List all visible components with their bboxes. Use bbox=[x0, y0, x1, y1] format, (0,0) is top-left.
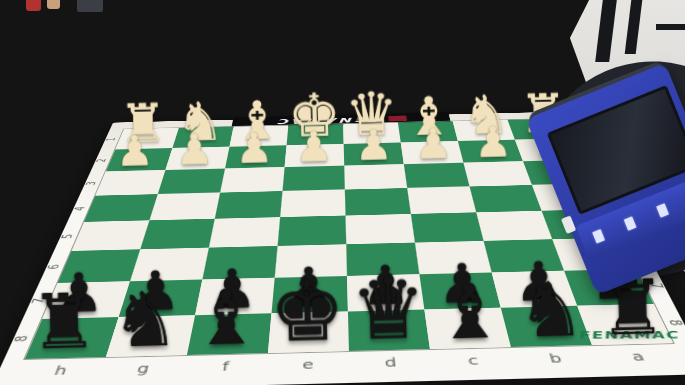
file-label-c: c bbox=[429, 347, 518, 379]
square-c8: ♝ bbox=[424, 308, 511, 349]
square-c2: ♟ bbox=[400, 141, 463, 164]
square-f8: ♝ bbox=[186, 313, 271, 355]
square-d1: ♛ bbox=[343, 123, 401, 144]
square-e3 bbox=[282, 166, 344, 191]
square-e6 bbox=[274, 244, 346, 278]
square-c6 bbox=[414, 241, 491, 274]
square-g1: ♞ bbox=[172, 127, 233, 149]
square-c3 bbox=[403, 163, 469, 188]
square-f4 bbox=[214, 191, 282, 219]
white-knight: ♞ bbox=[461, 88, 510, 142]
square-d5 bbox=[345, 214, 414, 244]
file-label-f: f bbox=[180, 353, 267, 385]
clock-button bbox=[656, 203, 669, 217]
square-b7: ♟ bbox=[491, 271, 576, 308]
white-rook: ♜ bbox=[118, 96, 167, 150]
federation-logo-icon bbox=[387, 116, 406, 122]
square-d7: ♟ bbox=[346, 274, 423, 311]
white-knight: ♞ bbox=[175, 95, 224, 149]
square-c5 bbox=[410, 212, 483, 242]
clock-button bbox=[624, 216, 637, 230]
square-e2: ♟ bbox=[284, 144, 344, 167]
square-f7: ♟ bbox=[194, 278, 274, 315]
file-label-a: a bbox=[591, 343, 685, 375]
square-b5 bbox=[476, 211, 552, 241]
square-g2: ♟ bbox=[165, 147, 229, 170]
square-e7: ♟ bbox=[271, 276, 347, 313]
square-h6 bbox=[57, 249, 140, 283]
square-d4 bbox=[344, 188, 410, 216]
square-e8: ♚ bbox=[267, 311, 348, 353]
square-h5 bbox=[71, 220, 149, 251]
square-h1: ♜ bbox=[115, 128, 179, 150]
square-e4 bbox=[280, 189, 345, 217]
square-e5 bbox=[277, 216, 346, 246]
square-c4 bbox=[407, 186, 476, 214]
square-f5 bbox=[208, 217, 279, 247]
square-b1: ♞ bbox=[452, 120, 514, 141]
square-b4 bbox=[469, 185, 541, 212]
square-b3 bbox=[463, 161, 531, 186]
clock-button bbox=[592, 229, 605, 243]
square-b8: ♞ bbox=[500, 306, 591, 347]
square-f3 bbox=[220, 167, 285, 192]
square-h3 bbox=[95, 170, 165, 196]
square-c7: ♟ bbox=[419, 273, 500, 310]
file-label-b: b bbox=[510, 345, 602, 377]
square-h4 bbox=[83, 194, 157, 222]
square-g5 bbox=[140, 219, 215, 250]
file-label-d: d bbox=[348, 349, 433, 381]
square-g7: ♟ bbox=[118, 280, 202, 317]
square-f6 bbox=[202, 246, 277, 280]
square-d2: ♟ bbox=[343, 142, 403, 165]
square-f1: ♝ bbox=[229, 125, 288, 146]
square-h2: ♟ bbox=[105, 148, 172, 171]
photo-frame: FENAMAC 12345678 12345678 ♜♞♝♚♛♝♞♜♟♟♟♟♟♟… bbox=[0, 0, 685, 385]
square-d3 bbox=[344, 164, 407, 189]
square-d6 bbox=[346, 243, 419, 276]
square-b2: ♟ bbox=[457, 140, 522, 163]
square-h7: ♟ bbox=[42, 281, 130, 319]
square-g3 bbox=[157, 169, 224, 194]
square-f2: ♟ bbox=[224, 145, 286, 168]
file-label-g: g bbox=[96, 355, 187, 385]
square-b6 bbox=[483, 239, 563, 272]
square-c1: ♝ bbox=[397, 121, 457, 142]
square-g4 bbox=[149, 192, 220, 220]
file-label-e: e bbox=[264, 351, 348, 383]
square-g6 bbox=[129, 248, 208, 282]
file-label-h: h bbox=[11, 357, 105, 385]
square-e1: ♚ bbox=[286, 124, 343, 145]
square-g8: ♞ bbox=[105, 315, 194, 357]
square-d8: ♛ bbox=[347, 310, 429, 351]
